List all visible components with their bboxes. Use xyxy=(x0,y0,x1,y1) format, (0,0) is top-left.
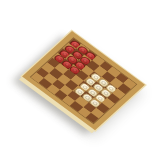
board-frame xyxy=(22,31,145,130)
photo-stage xyxy=(0,0,155,155)
checkers-board xyxy=(31,38,136,123)
